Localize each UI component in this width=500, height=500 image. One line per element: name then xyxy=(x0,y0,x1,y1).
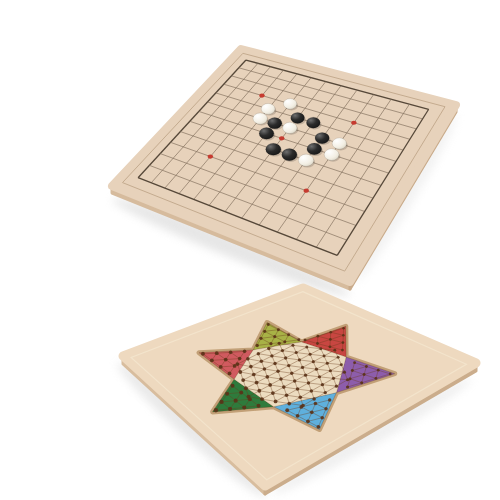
hole-dot xyxy=(229,351,233,355)
hole-dot xyxy=(238,357,242,361)
hole-dot xyxy=(249,365,253,369)
hole-dot xyxy=(242,405,246,409)
hole-dot xyxy=(299,405,303,409)
hole-dot xyxy=(324,391,327,394)
hole-dot xyxy=(316,335,319,338)
hole-dot xyxy=(263,367,267,371)
scene-canvas xyxy=(40,16,500,500)
hole-dot xyxy=(273,362,276,365)
hole-dot xyxy=(341,349,344,352)
hole-dot xyxy=(337,356,340,359)
hole-dot xyxy=(318,375,321,378)
hole-dot xyxy=(365,365,368,368)
hole-dot xyxy=(225,392,229,396)
hole-dot xyxy=(319,347,322,350)
hole-dot xyxy=(287,402,291,406)
hole-dot xyxy=(259,337,262,340)
hole-dot xyxy=(315,368,318,371)
go-stone-white xyxy=(261,103,275,114)
hole-dot xyxy=(252,373,256,377)
hole-dot xyxy=(231,384,235,388)
hole-dot xyxy=(323,354,326,357)
chinese-checkers-board xyxy=(111,288,476,500)
hole-dot xyxy=(329,331,332,334)
hole-dot xyxy=(201,352,205,356)
hole-dot xyxy=(329,345,332,348)
go-stone-black xyxy=(259,128,274,140)
hole-dot xyxy=(276,369,279,372)
hole-dot xyxy=(306,419,310,423)
go-stone-black xyxy=(306,117,320,128)
hole-dot xyxy=(270,354,273,357)
hole-dot xyxy=(342,334,345,337)
hole-dot xyxy=(241,378,245,382)
hole-dot xyxy=(296,414,300,418)
hole-dot xyxy=(257,404,261,408)
hole-dot xyxy=(248,397,252,401)
hole-dot xyxy=(377,369,380,372)
hole-dot xyxy=(316,425,320,429)
go-stone-black xyxy=(282,149,297,161)
hole-dot xyxy=(335,385,338,388)
go-stone-black xyxy=(291,112,305,123)
hole-dot xyxy=(348,377,351,380)
hole-dot xyxy=(279,377,283,381)
hole-dot xyxy=(287,364,290,367)
hole-dot xyxy=(266,375,270,379)
hole-dot xyxy=(260,397,264,401)
go-stone-black xyxy=(266,143,281,155)
hole-dot xyxy=(263,330,266,333)
hole-dot xyxy=(326,362,329,365)
hole-dot xyxy=(257,352,260,355)
hole-dot xyxy=(214,408,218,412)
hole-dot xyxy=(321,383,324,386)
hole-dot xyxy=(234,399,238,403)
hole-dot xyxy=(310,389,313,392)
hole-dot xyxy=(285,393,289,397)
hole-dot xyxy=(342,341,345,344)
go-stone-white xyxy=(332,138,346,149)
hole-dot xyxy=(295,351,298,354)
hole-dot xyxy=(215,351,219,355)
hole-dot xyxy=(228,372,232,376)
hole-dot xyxy=(267,347,270,350)
hole-dot xyxy=(324,407,328,411)
hole-dot xyxy=(305,346,308,349)
hoshi-dot xyxy=(259,93,264,97)
go-stone-black xyxy=(268,117,282,128)
hole-dot xyxy=(233,364,237,368)
hole-dot xyxy=(273,335,276,338)
go-stone-white xyxy=(298,154,313,166)
hole-dot xyxy=(316,342,319,345)
hole-dot xyxy=(304,339,307,342)
go-stone-black xyxy=(307,143,322,155)
go-stone-white xyxy=(283,122,297,133)
go-stone-white xyxy=(283,99,296,110)
hole-dot xyxy=(268,383,272,387)
hole-dot xyxy=(304,373,307,376)
hoshi-dot xyxy=(304,189,309,193)
go-stone-black xyxy=(315,132,329,143)
hole-dot xyxy=(255,381,259,385)
hole-dot xyxy=(219,400,223,404)
hoshi-dot xyxy=(208,154,213,158)
hole-dot xyxy=(310,411,314,415)
hole-dot xyxy=(228,407,232,411)
hole-dot xyxy=(239,391,243,395)
hole-dot xyxy=(244,386,248,390)
hole-dot xyxy=(340,363,343,366)
hole-dot xyxy=(271,391,275,395)
hole-dot xyxy=(297,338,300,341)
hole-dot xyxy=(293,379,296,382)
hole-dot xyxy=(299,395,303,399)
hole-dot xyxy=(329,338,332,341)
go-stone-white xyxy=(253,113,267,124)
hole-dot xyxy=(260,360,263,363)
hole-dot xyxy=(301,366,304,369)
hole-dot xyxy=(351,369,354,372)
hole-dot xyxy=(320,416,324,420)
hole-dot xyxy=(296,387,300,391)
hole-dot xyxy=(363,373,366,376)
hole-dot xyxy=(353,361,356,364)
hole-dot xyxy=(257,389,261,393)
hole-dot xyxy=(290,372,293,375)
hole-dot xyxy=(291,344,294,347)
hole-dot xyxy=(307,381,310,384)
hole-dot xyxy=(278,342,281,345)
hole-dot xyxy=(332,377,335,380)
hole-dot xyxy=(312,397,316,401)
hole-dot xyxy=(360,381,363,384)
hole-dot xyxy=(312,360,315,363)
hole-dot xyxy=(329,369,332,372)
hole-dot xyxy=(284,356,287,359)
hole-dot xyxy=(374,377,377,380)
product-photo xyxy=(40,16,500,500)
hole-dot xyxy=(224,358,228,362)
hole-dot xyxy=(389,373,392,376)
hole-dot xyxy=(309,353,312,356)
hole-dot xyxy=(267,323,270,326)
hoshi-dot xyxy=(351,121,356,125)
hole-dot xyxy=(285,408,289,412)
hole-dot xyxy=(281,349,284,352)
hole-dot xyxy=(219,365,223,369)
go-board xyxy=(109,49,464,304)
hole-dot xyxy=(238,370,242,374)
hole-dot xyxy=(328,398,331,401)
hole-dot xyxy=(246,357,250,361)
hole-dot xyxy=(282,385,286,389)
hole-dot xyxy=(342,327,345,330)
hole-dot xyxy=(210,358,214,362)
hole-dot xyxy=(283,340,286,343)
hole-dot xyxy=(287,333,290,336)
hole-dot xyxy=(243,350,247,354)
hole-dot xyxy=(277,328,280,331)
hoshi-dot xyxy=(279,136,284,140)
go-stone-white xyxy=(324,149,339,161)
hole-dot xyxy=(343,371,346,374)
hole-dot xyxy=(314,402,318,406)
hole-dot xyxy=(333,349,336,352)
hole-dot xyxy=(269,342,272,345)
hole-dot xyxy=(274,400,278,404)
hole-dot xyxy=(255,344,258,347)
hole-dot xyxy=(298,358,301,361)
hole-dot xyxy=(346,385,349,388)
